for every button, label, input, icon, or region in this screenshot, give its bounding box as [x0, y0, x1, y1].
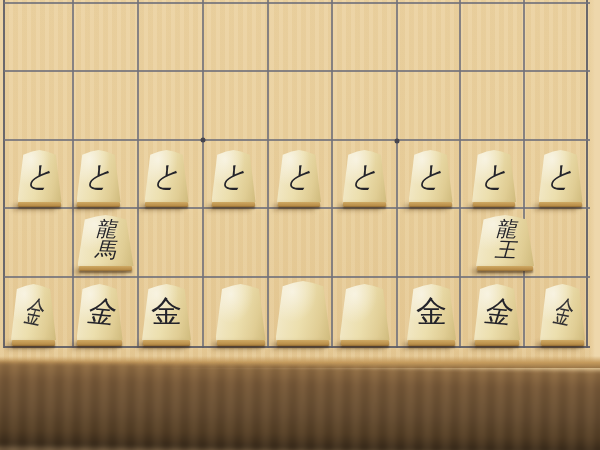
piece-cap: と — [212, 150, 256, 202]
piece-cap — [216, 284, 266, 340]
grid-hline-3 — [4, 207, 590, 209]
piece-tokin-f7[interactable]: と — [145, 150, 189, 207]
board-right-margin — [588, 0, 600, 366]
piece-cap: 金 — [407, 284, 456, 340]
piece-base — [212, 202, 254, 207]
shogi-photo-stage: ととととととととと龍馬龍王金金金金金金 — [0, 0, 600, 450]
piece-cap: と — [409, 150, 453, 202]
piece-kanji: 龍王 — [494, 219, 516, 263]
grid-hline-0 — [4, 2, 590, 4]
star-point-0 — [201, 138, 206, 143]
star-point-1 — [395, 139, 400, 144]
piece-dragon-f2[interactable]: 龍王 — [476, 215, 534, 271]
grid-vline-9 — [586, 0, 588, 348]
piece-cap: と — [277, 150, 321, 202]
piece-narigin-f3[interactable]: 金 — [407, 284, 456, 346]
piece-cap: 龍王 — [476, 215, 534, 266]
piece-base — [217, 340, 265, 346]
grid-vline-8 — [523, 0, 525, 348]
piece-tokin-f8[interactable]: と — [77, 150, 121, 207]
piece-base — [477, 266, 533, 271]
piece-tokin-f5[interactable]: と — [277, 150, 321, 207]
piece-base — [539, 202, 581, 207]
piece-narigin-f7[interactable]: 金 — [142, 284, 191, 346]
piece-base — [343, 202, 385, 207]
grid-hline-1 — [4, 70, 590, 72]
piece-cap: と — [145, 150, 189, 202]
piece-gold-back-f6[interactable] — [216, 284, 266, 346]
piece-base — [409, 202, 451, 207]
grid-hline-2 — [4, 139, 590, 141]
piece-king-back-f5[interactable] — [276, 281, 331, 346]
piece-kanji: と — [151, 154, 182, 198]
piece-cap: と — [77, 150, 121, 202]
piece-kanji: と — [415, 154, 446, 198]
piece-narikyo-f1[interactable]: 金 — [540, 284, 585, 346]
piece-kanji: 金 — [550, 290, 575, 334]
grid-vline-2 — [137, 0, 139, 348]
piece-base — [277, 340, 330, 346]
piece-horse-f8[interactable]: 龍馬 — [78, 215, 134, 271]
piece-kanji: と — [83, 154, 114, 198]
piece-cap: と — [343, 150, 387, 202]
piece-kanji: と — [24, 154, 55, 198]
piece-base — [473, 202, 515, 207]
piece-cap: 龍馬 — [78, 215, 134, 266]
piece-tokin-f2[interactable]: と — [472, 150, 516, 207]
piece-cap: と — [539, 150, 583, 202]
piece-base — [541, 340, 584, 346]
piece-base — [143, 340, 190, 346]
piece-cap — [276, 281, 331, 340]
piece-kanji: 金 — [84, 290, 115, 333]
piece-kanji: と — [478, 154, 509, 198]
grid-vline-7 — [459, 0, 461, 348]
piece-kanji: 龍馬 — [94, 219, 116, 263]
piece-base — [79, 266, 133, 271]
piece-cap: 金 — [77, 284, 123, 340]
grid-vline-5 — [331, 0, 333, 348]
piece-cap: 金 — [474, 284, 520, 340]
grid-hline-4 — [4, 276, 590, 278]
piece-base — [408, 340, 455, 346]
grid-vline-1 — [72, 0, 74, 348]
piece-tokin-f9[interactable]: と — [18, 150, 62, 207]
piece-base — [475, 340, 519, 346]
grid-vline-0 — [3, 0, 5, 348]
piece-tokin-f6[interactable]: と — [212, 150, 256, 207]
grid-vline-4 — [267, 0, 269, 348]
piece-kanji: 金 — [481, 290, 512, 333]
grid-vline-6 — [396, 0, 398, 348]
piece-kanji: と — [283, 154, 314, 198]
grid-vline-3 — [202, 0, 204, 348]
piece-kanji: 金 — [21, 290, 46, 334]
piece-kanji: と — [349, 154, 380, 198]
piece-cap — [340, 284, 390, 340]
piece-base — [77, 202, 119, 207]
piece-cap: 金 — [540, 284, 585, 340]
grid-hline-5 — [4, 346, 590, 348]
piece-kanji: 金 — [151, 291, 182, 333]
piece-kanji: と — [545, 154, 576, 198]
piece-tokin-f1[interactable]: と — [539, 150, 583, 207]
piece-base — [145, 202, 187, 207]
piece-base — [77, 340, 121, 346]
piece-tokin-f3[interactable]: と — [409, 150, 453, 207]
piece-narikei-f2[interactable]: 金 — [474, 284, 520, 346]
piece-cap: と — [472, 150, 516, 202]
piece-cap: と — [18, 150, 62, 202]
piece-base — [18, 202, 60, 207]
piece-kanji: 金 — [416, 291, 447, 333]
piece-kanji: と — [218, 154, 249, 198]
piece-cap: 金 — [142, 284, 191, 340]
piece-narikei-f8[interactable]: 金 — [77, 284, 123, 346]
piece-base — [278, 202, 320, 207]
piece-gold-back-f4[interactable] — [340, 284, 390, 346]
blurred-floor-foreground — [0, 362, 600, 450]
piece-tokin-f4[interactable]: と — [343, 150, 387, 207]
piece-base — [12, 340, 55, 346]
piece-narikyo-f9[interactable]: 金 — [11, 284, 56, 346]
piece-cap: 金 — [11, 284, 56, 340]
piece-base — [341, 340, 389, 346]
